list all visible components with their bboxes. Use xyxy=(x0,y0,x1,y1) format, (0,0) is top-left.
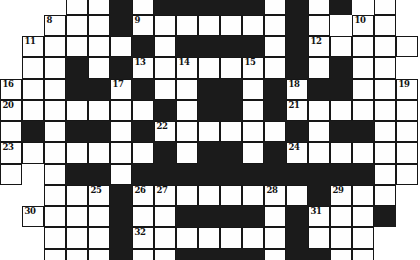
clue-number-32: 32 xyxy=(135,228,146,237)
black-cell-r10c11 xyxy=(242,206,264,227)
clue-number-21: 21 xyxy=(289,101,300,110)
black-cell-r8c8 xyxy=(176,164,198,185)
cell-r10c4[interactable] xyxy=(88,206,110,227)
black-cell-r1c5 xyxy=(110,15,132,36)
cell-r5c3[interactable] xyxy=(66,100,88,121)
outside-r1c1 xyxy=(22,15,44,36)
black-cell-r0c5 xyxy=(110,0,132,15)
cell-r2c2[interactable] xyxy=(44,36,66,57)
black-cell-r4c3 xyxy=(66,79,88,100)
cell-r3c14[interactable] xyxy=(308,57,330,78)
cell-r6c17[interactable] xyxy=(374,121,396,142)
black-cell-r4c12 xyxy=(264,79,286,100)
black-cell-r9c5 xyxy=(110,185,132,206)
outside-r0c1 xyxy=(22,0,44,15)
cell-r2c18[interactable] xyxy=(396,36,418,57)
outside-r11c0 xyxy=(0,227,22,248)
cell-r5c8[interactable] xyxy=(176,100,198,121)
cell-r9c17[interactable] xyxy=(374,185,396,206)
black-cell-r0c7 xyxy=(154,0,176,15)
cell-r12c12[interactable] xyxy=(264,249,286,260)
cell-r3c6[interactable]: 13 xyxy=(132,57,154,78)
cell-r2c3[interactable] xyxy=(66,36,88,57)
black-cell-r4c6 xyxy=(132,79,154,100)
cell-r3c11[interactable]: 15 xyxy=(242,57,264,78)
black-cell-r10c5 xyxy=(110,206,132,227)
cell-r5c11[interactable] xyxy=(242,100,264,121)
cell-r9c12[interactable]: 28 xyxy=(264,185,286,206)
cell-r3c1[interactable] xyxy=(22,57,44,78)
black-cell-r11c13 xyxy=(286,227,308,248)
cell-r3c8[interactable]: 14 xyxy=(176,57,198,78)
black-cell-r6c13 xyxy=(286,121,308,142)
crossword-grid: 8910111213141516171819202122232425262728… xyxy=(0,0,418,260)
cell-r6c12[interactable] xyxy=(264,121,286,142)
outside-r8c1 xyxy=(22,164,44,185)
outside-r3c18 xyxy=(396,57,418,78)
black-cell-r0c13 xyxy=(286,0,308,15)
black-cell-r8c15 xyxy=(330,164,352,185)
cell-r1c6[interactable]: 9 xyxy=(132,15,154,36)
cell-r0c4[interactable] xyxy=(88,0,110,15)
cell-r3c16[interactable] xyxy=(352,57,374,78)
cell-r4c16[interactable] xyxy=(352,79,374,100)
outside-r11c17 xyxy=(374,227,396,248)
clue-number-17: 17 xyxy=(113,80,124,89)
cell-r7c0[interactable]: 23 xyxy=(0,142,22,163)
cell-r3c4[interactable] xyxy=(88,57,110,78)
clue-number-8: 8 xyxy=(47,16,52,25)
outside-r0c0 xyxy=(0,0,22,15)
black-cell-r7c9 xyxy=(198,142,220,163)
black-cell-r10c9 xyxy=(198,206,220,227)
cell-r2c14[interactable]: 12 xyxy=(308,36,330,57)
cell-r2c4[interactable] xyxy=(88,36,110,57)
cell-r8c5[interactable] xyxy=(110,164,132,185)
black-cell-r2c11 xyxy=(242,36,264,57)
black-cell-r3c5 xyxy=(110,57,132,78)
black-cell-r6c4 xyxy=(88,121,110,142)
cell-r12c15[interactable] xyxy=(330,249,352,260)
cell-r3c12[interactable] xyxy=(264,57,286,78)
black-cell-r6c3 xyxy=(66,121,88,142)
black-cell-r2c6 xyxy=(132,36,154,57)
cell-r9c10[interactable] xyxy=(220,185,242,206)
cell-r1c12[interactable] xyxy=(264,15,286,36)
cell-r4c5[interactable]: 17 xyxy=(110,79,132,100)
cell-r7c15[interactable] xyxy=(330,142,352,163)
cell-r0c12[interactable] xyxy=(264,0,286,15)
outside-r9c1 xyxy=(22,185,44,206)
cell-r2c1[interactable]: 11 xyxy=(22,36,44,57)
clue-number-15: 15 xyxy=(245,58,256,67)
black-cell-r4c14 xyxy=(308,79,330,100)
cell-r9c9[interactable] xyxy=(198,185,220,206)
cell-r10c3[interactable] xyxy=(66,206,88,227)
black-cell-r2c10 xyxy=(220,36,242,57)
cell-r12c7[interactable] xyxy=(154,249,176,260)
black-cell-r2c13 xyxy=(286,36,308,57)
black-cell-r1c13 xyxy=(286,15,308,36)
cell-r10c12[interactable] xyxy=(264,206,286,227)
cell-r5c6[interactable] xyxy=(132,100,154,121)
black-cell-r12c14 xyxy=(308,249,330,260)
cell-r6c8[interactable] xyxy=(176,121,198,142)
black-cell-r0c8 xyxy=(176,0,198,15)
cell-r7c16[interactable] xyxy=(352,142,374,163)
black-cell-r6c1 xyxy=(22,121,44,142)
cell-r11c11[interactable] xyxy=(242,227,264,248)
black-cell-r9c14 xyxy=(308,185,330,206)
black-cell-r3c13 xyxy=(286,57,308,78)
clue-number-20: 20 xyxy=(3,101,14,110)
outside-r0c18 xyxy=(396,0,418,15)
black-cell-r8c9 xyxy=(198,164,220,185)
outside-r11c1 xyxy=(22,227,44,248)
cell-r5c16[interactable] xyxy=(352,100,374,121)
cell-r1c17[interactable] xyxy=(374,15,396,36)
cell-r4c0[interactable]: 16 xyxy=(0,79,22,100)
cell-r5c14[interactable] xyxy=(308,100,330,121)
cell-r5c2[interactable] xyxy=(44,100,66,121)
cell-r9c4[interactable]: 25 xyxy=(88,185,110,206)
cell-r1c16[interactable]: 10 xyxy=(352,15,374,36)
black-cell-r0c15 xyxy=(330,0,352,15)
clue-number-28: 28 xyxy=(267,186,278,195)
black-cell-r6c16 xyxy=(352,121,374,142)
cell-r7c18[interactable] xyxy=(396,142,418,163)
clue-number-29: 29 xyxy=(333,186,344,195)
black-cell-r4c4 xyxy=(88,79,110,100)
black-cell-r7c10 xyxy=(220,142,242,163)
black-cell-r5c9 xyxy=(198,100,220,121)
clue-number-14: 14 xyxy=(179,58,190,67)
cell-r9c2[interactable] xyxy=(44,185,66,206)
black-cell-r12c9 xyxy=(198,249,220,260)
cell-r12c4[interactable] xyxy=(88,249,110,260)
cell-r9c7[interactable]: 27 xyxy=(154,185,176,206)
cell-r11c12[interactable] xyxy=(264,227,286,248)
black-cell-r8c13 xyxy=(286,164,308,185)
black-cell-r3c15 xyxy=(330,57,352,78)
black-cell-r12c10 xyxy=(220,249,242,260)
cell-r3c10[interactable] xyxy=(220,57,242,78)
cell-r9c6[interactable]: 26 xyxy=(132,185,154,206)
cell-r11c15[interactable] xyxy=(330,227,352,248)
black-cell-r3c3 xyxy=(66,57,88,78)
clue-number-22: 22 xyxy=(157,122,168,131)
clue-number-10: 10 xyxy=(355,16,366,25)
cell-r2c16[interactable] xyxy=(352,36,374,57)
cell-r7c1[interactable] xyxy=(22,142,44,163)
cell-r1c3[interactable] xyxy=(66,15,88,36)
cell-r2c17[interactable] xyxy=(374,36,396,57)
cell-r11c2[interactable] xyxy=(44,227,66,248)
cell-r12c6[interactable] xyxy=(132,249,154,260)
cell-r4c11[interactable] xyxy=(242,79,264,100)
cell-r0c17[interactable] xyxy=(374,0,396,15)
cell-r7c11[interactable] xyxy=(242,142,264,163)
clue-number-24: 24 xyxy=(289,143,300,152)
black-cell-r12c8 xyxy=(176,249,198,260)
cell-r3c17[interactable] xyxy=(374,57,396,78)
cell-r6c7[interactable]: 22 xyxy=(154,121,176,142)
cell-r6c18[interactable] xyxy=(396,121,418,142)
crossword-screenshot: 8910111213141516171819202122232425262728… xyxy=(0,0,420,260)
black-cell-r8c7 xyxy=(154,164,176,185)
clue-number-9: 9 xyxy=(135,16,140,25)
cell-r11c10[interactable] xyxy=(220,227,242,248)
cell-r1c14[interactable] xyxy=(308,15,330,36)
cell-r7c17[interactable] xyxy=(374,142,396,163)
outside-r1c0 xyxy=(0,15,22,36)
cell-r7c14[interactable] xyxy=(308,142,330,163)
cell-r9c16[interactable] xyxy=(352,185,374,206)
black-cell-r2c9 xyxy=(198,36,220,57)
black-cell-r8c6 xyxy=(132,164,154,185)
cell-r11c14[interactable] xyxy=(308,227,330,248)
cell-r8c17[interactable] xyxy=(374,164,396,185)
black-cell-r8c3 xyxy=(66,164,88,185)
cell-r2c15[interactable] xyxy=(330,36,352,57)
black-cell-r4c9 xyxy=(198,79,220,100)
cell-r7c8[interactable] xyxy=(176,142,198,163)
black-cell-r7c12 xyxy=(264,142,286,163)
cell-r8c0[interactable] xyxy=(0,164,22,185)
cell-r4c7[interactable] xyxy=(154,79,176,100)
cell-r12c2[interactable] xyxy=(44,249,66,260)
cell-r11c4[interactable] xyxy=(88,227,110,248)
black-cell-r11c5 xyxy=(110,227,132,248)
black-cell-r0c11 xyxy=(242,0,264,15)
cell-r5c13[interactable]: 21 xyxy=(286,100,308,121)
cell-r4c8[interactable] xyxy=(176,79,198,100)
outside-r10c18 xyxy=(396,206,418,227)
black-cell-r8c11 xyxy=(242,164,264,185)
clue-number-16: 16 xyxy=(3,80,14,89)
cell-r0c14[interactable] xyxy=(308,0,330,15)
cell-r4c2[interactable] xyxy=(44,79,66,100)
cell-r9c13[interactable] xyxy=(286,185,308,206)
black-cell-r8c14 xyxy=(308,164,330,185)
cell-r7c6[interactable] xyxy=(132,142,154,163)
cell-r4c13[interactable]: 18 xyxy=(286,79,308,100)
clue-number-23: 23 xyxy=(3,143,14,152)
cell-r9c3[interactable] xyxy=(66,185,88,206)
cell-r5c15[interactable] xyxy=(330,100,352,121)
clue-number-18: 18 xyxy=(289,80,300,89)
cell-r9c11[interactable] xyxy=(242,185,264,206)
outside-r9c18 xyxy=(396,185,418,206)
cell-r0c6[interactable] xyxy=(132,0,154,15)
cell-r9c8[interactable] xyxy=(176,185,198,206)
black-cell-r6c15 xyxy=(330,121,352,142)
clue-number-27: 27 xyxy=(157,186,168,195)
cell-r1c2[interactable]: 8 xyxy=(44,15,66,36)
cell-r9c15[interactable]: 29 xyxy=(330,185,352,206)
cell-r1c11[interactable] xyxy=(242,15,264,36)
cell-r10c15[interactable] xyxy=(330,206,352,227)
clue-number-26: 26 xyxy=(135,186,146,195)
cell-r10c14[interactable]: 31 xyxy=(308,206,330,227)
clue-number-19: 19 xyxy=(399,80,410,89)
outside-r12c18 xyxy=(396,249,418,260)
cell-r11c9[interactable] xyxy=(198,227,220,248)
cell-r1c4[interactable] xyxy=(88,15,110,36)
outside-r9c0 xyxy=(0,185,22,206)
cell-r12c16[interactable] xyxy=(352,249,374,260)
cell-r11c16[interactable] xyxy=(352,227,374,248)
cell-r11c3[interactable] xyxy=(66,227,88,248)
cell-r2c7[interactable] xyxy=(154,36,176,57)
cell-r3c7[interactable] xyxy=(154,57,176,78)
cell-r7c3[interactable] xyxy=(66,142,88,163)
cell-r2c12[interactable] xyxy=(264,36,286,57)
cell-r5c1[interactable] xyxy=(22,100,44,121)
outside-r1c18 xyxy=(396,15,418,36)
cell-r1c10[interactable] xyxy=(220,15,242,36)
cell-r10c1[interactable]: 30 xyxy=(22,206,44,227)
cell-r7c2[interactable] xyxy=(44,142,66,163)
black-cell-r5c10 xyxy=(220,100,242,121)
outside-r2c0 xyxy=(0,36,22,57)
cell-r6c10[interactable] xyxy=(220,121,242,142)
cell-r1c9[interactable] xyxy=(198,15,220,36)
black-cell-r12c13 xyxy=(286,249,308,260)
cell-r6c14[interactable] xyxy=(308,121,330,142)
outside-r0c2 xyxy=(44,0,66,15)
cell-r6c11[interactable] xyxy=(242,121,264,142)
clue-number-25: 25 xyxy=(91,186,102,195)
cell-r4c18[interactable]: 19 xyxy=(396,79,418,100)
black-cell-r5c12 xyxy=(264,100,286,121)
cell-r11c6[interactable]: 32 xyxy=(132,227,154,248)
cell-r8c18[interactable] xyxy=(396,164,418,185)
outside-r10c0 xyxy=(0,206,22,227)
black-cell-r10c10 xyxy=(220,206,242,227)
clue-number-13: 13 xyxy=(135,58,146,67)
cell-r10c2[interactable] xyxy=(44,206,66,227)
cell-r5c5[interactable] xyxy=(110,100,132,121)
outside-r3c0 xyxy=(0,57,22,78)
cell-r7c4[interactable] xyxy=(88,142,110,163)
black-cell-r0c9 xyxy=(198,0,220,15)
cell-r8c2[interactable] xyxy=(44,164,66,185)
black-cell-r0c10 xyxy=(220,0,242,15)
black-cell-r6c6 xyxy=(132,121,154,142)
cell-r1c8[interactable] xyxy=(176,15,198,36)
cell-r5c18[interactable] xyxy=(396,100,418,121)
cell-r7c5[interactable] xyxy=(110,142,132,163)
black-cell-r4c15 xyxy=(330,79,352,100)
black-cell-r8c10 xyxy=(220,164,242,185)
outside-r11c18 xyxy=(396,227,418,248)
outside-r12c0 xyxy=(0,249,22,260)
cell-r6c0[interactable] xyxy=(0,121,22,142)
black-cell-r4c10 xyxy=(220,79,242,100)
cell-r11c8[interactable] xyxy=(176,227,198,248)
cell-r3c9[interactable] xyxy=(198,57,220,78)
cell-r5c0[interactable]: 20 xyxy=(0,100,22,121)
cell-r6c9[interactable] xyxy=(198,121,220,142)
cell-r3c2[interactable] xyxy=(44,57,66,78)
black-cell-r10c17 xyxy=(374,206,396,227)
black-cell-r10c8 xyxy=(176,206,198,227)
cell-r10c16[interactable] xyxy=(352,206,374,227)
cell-r7c13[interactable]: 24 xyxy=(286,142,308,163)
cell-r4c1[interactable] xyxy=(22,79,44,100)
black-cell-r8c4 xyxy=(88,164,110,185)
clue-number-30: 30 xyxy=(25,207,36,216)
cell-r6c5[interactable] xyxy=(110,121,132,142)
cell-r4c17[interactable] xyxy=(374,79,396,100)
clue-number-12: 12 xyxy=(311,37,322,46)
outside-r12c1 xyxy=(22,249,44,260)
cell-r0c3[interactable] xyxy=(66,0,88,15)
black-cell-r8c16 xyxy=(352,164,374,185)
cell-r10c6[interactable] xyxy=(132,206,154,227)
cell-r10c7[interactable] xyxy=(154,206,176,227)
outside-r12c17 xyxy=(374,249,396,260)
black-cell-r7c7 xyxy=(154,142,176,163)
cell-r6c2[interactable] xyxy=(44,121,66,142)
black-cell-r8c12 xyxy=(264,164,286,185)
cell-r5c17[interactable] xyxy=(374,100,396,121)
clue-number-31: 31 xyxy=(311,207,322,216)
black-cell-r10c13 xyxy=(286,206,308,227)
black-cell-r12c5 xyxy=(110,249,132,260)
cell-r12c3[interactable] xyxy=(66,249,88,260)
cell-r11c7[interactable] xyxy=(154,227,176,248)
clue-number-11: 11 xyxy=(25,37,36,46)
black-cell-r12c11 xyxy=(242,249,264,260)
cell-r5c4[interactable] xyxy=(88,100,110,121)
outside-r0c16 xyxy=(352,0,374,15)
cell-r2c5[interactable] xyxy=(110,36,132,57)
black-cell-r5c7 xyxy=(154,100,176,121)
outside-r1c15 xyxy=(330,15,352,36)
black-cell-r2c8 xyxy=(176,36,198,57)
cell-r1c7[interactable] xyxy=(154,15,176,36)
